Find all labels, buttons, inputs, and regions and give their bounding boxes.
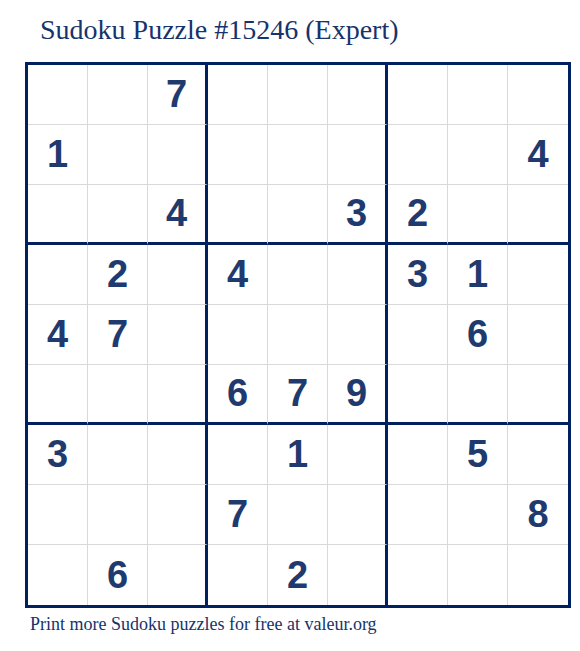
sudoku-cell-r3c4: [208, 185, 268, 245]
sudoku-cell-r2c8: [448, 125, 508, 185]
sudoku-cell-r3c9: [508, 185, 568, 245]
sudoku-cell-r5c1: 4: [28, 305, 88, 365]
sudoku-cell-r5c5: [268, 305, 328, 365]
sudoku-cell-r5c7: [388, 305, 448, 365]
sudoku-cell-r9c8: [448, 545, 508, 605]
sudoku-cell-r3c1: [28, 185, 88, 245]
sudoku-cell-r2c1: 1: [28, 125, 88, 185]
sudoku-cell-r4c8: 1: [448, 245, 508, 305]
sudoku-cell-r9c9: [508, 545, 568, 605]
sudoku-cell-r6c9: [508, 365, 568, 425]
sudoku-cell-r4c9: [508, 245, 568, 305]
sudoku-cell-r3c3: 4: [148, 185, 208, 245]
sudoku-cell-r1c6: [328, 65, 388, 125]
sudoku-cell-r4c5: [268, 245, 328, 305]
sudoku-cell-r9c7: [388, 545, 448, 605]
sudoku-cell-r8c6: [328, 485, 388, 545]
sudoku-cell-r2c7: [388, 125, 448, 185]
sudoku-cell-r5c8: 6: [448, 305, 508, 365]
sudoku-cell-r8c1: [28, 485, 88, 545]
sudoku-cell-r9c6: [328, 545, 388, 605]
sudoku-cell-r7c2: [88, 425, 148, 485]
sudoku-cell-r6c2: [88, 365, 148, 425]
sudoku-cell-r6c8: [448, 365, 508, 425]
sudoku-cell-r8c4: 7: [208, 485, 268, 545]
sudoku-cell-r1c8: [448, 65, 508, 125]
sudoku-cell-r9c1: [28, 545, 88, 605]
sudoku-cell-r6c5: 7: [268, 365, 328, 425]
sudoku-cell-r7c5: 1: [268, 425, 328, 485]
sudoku-cell-r5c9: [508, 305, 568, 365]
sudoku-cell-r5c4: [208, 305, 268, 365]
sudoku-cell-r7c3: [148, 425, 208, 485]
sudoku-cell-r9c2: 6: [88, 545, 148, 605]
sudoku-cell-r1c5: [268, 65, 328, 125]
sudoku-cell-r5c3: [148, 305, 208, 365]
sudoku-cell-r6c6: 9: [328, 365, 388, 425]
sudoku-cell-r1c9: [508, 65, 568, 125]
sudoku-cell-r7c1: 3: [28, 425, 88, 485]
sudoku-cell-r7c8: 5: [448, 425, 508, 485]
sudoku-page: Sudoku Puzzle #15246 (Expert) 7144322431…: [0, 0, 580, 651]
sudoku-cell-r5c2: 7: [88, 305, 148, 365]
sudoku-cell-r6c3: [148, 365, 208, 425]
sudoku-cell-r2c4: [208, 125, 268, 185]
sudoku-cell-r4c3: [148, 245, 208, 305]
sudoku-cell-r4c7: 3: [388, 245, 448, 305]
sudoku-cell-r3c5: [268, 185, 328, 245]
sudoku-cell-r1c4: [208, 65, 268, 125]
sudoku-cell-r3c6: 3: [328, 185, 388, 245]
sudoku-cell-r1c3: 7: [148, 65, 208, 125]
sudoku-cell-r2c3: [148, 125, 208, 185]
sudoku-cell-r8c7: [388, 485, 448, 545]
sudoku-cell-r7c9: [508, 425, 568, 485]
page-title: Sudoku Puzzle #15246 (Expert): [40, 14, 399, 46]
sudoku-cell-r1c7: [388, 65, 448, 125]
sudoku-cell-r3c7: 2: [388, 185, 448, 245]
sudoku-cell-r3c8: [448, 185, 508, 245]
sudoku-cell-r8c9: 8: [508, 485, 568, 545]
sudoku-cell-r2c5: [268, 125, 328, 185]
footer-text: Print more Sudoku puzzles for free at va…: [30, 614, 377, 635]
sudoku-cell-r8c3: [148, 485, 208, 545]
sudoku-cell-r9c4: [208, 545, 268, 605]
sudoku-board: 71443224314766793157862: [25, 62, 571, 608]
sudoku-cell-r2c6: [328, 125, 388, 185]
sudoku-cell-r2c9: 4: [508, 125, 568, 185]
sudoku-cell-r7c4: [208, 425, 268, 485]
sudoku-cell-r7c6: [328, 425, 388, 485]
sudoku-cell-r5c6: [328, 305, 388, 365]
sudoku-cell-r8c2: [88, 485, 148, 545]
sudoku-cell-r4c2: 2: [88, 245, 148, 305]
sudoku-cell-r2c2: [88, 125, 148, 185]
sudoku-cell-r6c1: [28, 365, 88, 425]
sudoku-cell-r4c4: 4: [208, 245, 268, 305]
sudoku-cell-r7c7: [388, 425, 448, 485]
sudoku-cell-r9c3: [148, 545, 208, 605]
sudoku-cell-r3c2: [88, 185, 148, 245]
sudoku-cell-r9c5: 2: [268, 545, 328, 605]
sudoku-cell-r6c4: 6: [208, 365, 268, 425]
sudoku-cell-r8c5: [268, 485, 328, 545]
sudoku-cell-r6c7: [388, 365, 448, 425]
sudoku-cell-r8c8: [448, 485, 508, 545]
sudoku-cell-r1c1: [28, 65, 88, 125]
sudoku-cell-r4c6: [328, 245, 388, 305]
sudoku-cell-r1c2: [88, 65, 148, 125]
sudoku-cell-r4c1: [28, 245, 88, 305]
